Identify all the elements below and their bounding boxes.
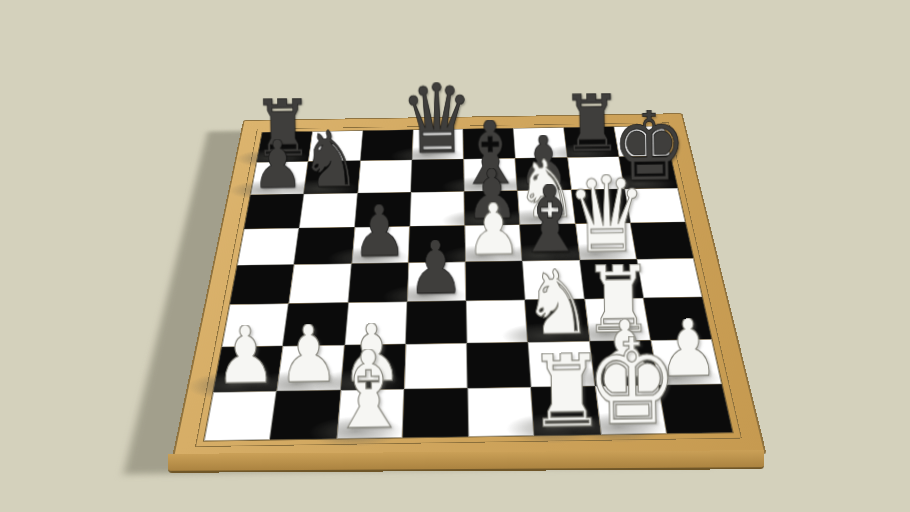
square-h8[interactable] <box>614 126 671 157</box>
piece-white-knight-f3[interactable]: ♞ <box>523 267 593 337</box>
square-h1[interactable] <box>658 384 732 434</box>
piece-white-queen-g5[interactable]: ♛ <box>566 173 648 256</box>
piece-shadow <box>571 412 668 443</box>
square-b7[interactable]: ♞ <box>304 161 360 194</box>
piece-black-king-h7[interactable]: ♚ <box>612 109 688 185</box>
square-b5[interactable] <box>294 227 354 264</box>
piece-shadow <box>327 246 409 270</box>
piece-black-rook-a8[interactable]: ♜ <box>252 97 313 159</box>
square-c6[interactable] <box>354 192 410 227</box>
square-d4[interactable]: ♟ <box>407 262 466 302</box>
square-g3[interactable]: ♜ <box>584 298 650 341</box>
square-a2[interactable]: ♟ <box>213 346 283 392</box>
square-b8[interactable] <box>308 131 362 162</box>
piece-shadow <box>308 416 403 448</box>
square-e4[interactable] <box>465 261 525 301</box>
square-b1[interactable] <box>270 390 340 440</box>
piece-black-rook-g8[interactable]: ♜ <box>561 93 622 155</box>
square-d2[interactable] <box>404 343 468 389</box>
piece-white-rook-g3[interactable]: ♜ <box>582 263 654 336</box>
square-d1[interactable] <box>402 388 468 438</box>
piece-shadow <box>390 146 464 166</box>
piece-black-bishop-f5[interactable]: ♝ <box>514 184 587 258</box>
piece-white-pawn-e5[interactable]: ♟ <box>465 202 521 258</box>
piece-shadow <box>566 365 660 394</box>
square-h7[interactable]: ♚ <box>619 156 678 189</box>
square-e7[interactable]: ♝ <box>464 158 518 191</box>
piece-white-pawn-b2[interactable]: ♟ <box>278 324 340 387</box>
piece-shadow <box>441 245 522 269</box>
square-a1[interactable] <box>204 391 277 441</box>
square-c8[interactable] <box>360 130 413 161</box>
square-g8[interactable]: ♜ <box>563 127 618 158</box>
square-b3[interactable] <box>283 303 348 346</box>
square-e6[interactable]: ♟ <box>464 190 520 225</box>
piece-white-pawn-c2[interactable]: ♟ <box>341 323 403 386</box>
piece-white-pawn-h2[interactable]: ♟ <box>658 318 720 381</box>
piece-black-bishop-e7[interactable]: ♝ <box>456 119 524 188</box>
square-e5[interactable]: ♟ <box>465 225 523 262</box>
square-f3[interactable]: ♞ <box>525 299 589 342</box>
square-d3[interactable] <box>405 301 466 344</box>
piece-black-knight-b7[interactable]: ♞ <box>300 129 361 190</box>
piece-shadow <box>544 143 620 163</box>
piece-shadow <box>185 371 280 400</box>
square-g2[interactable]: ♟ <box>589 340 658 386</box>
piece-shadow <box>496 208 576 230</box>
square-a4[interactable] <box>230 265 294 305</box>
square-f6[interactable]: ♞ <box>517 190 575 225</box>
square-g7[interactable] <box>567 157 624 190</box>
piece-white-pawn-g2[interactable]: ♟ <box>594 319 656 382</box>
square-d7[interactable] <box>411 159 464 192</box>
piece-shadow <box>249 370 342 399</box>
board-scene: ♜♛♜♟♞♝♟♚♟♞♟♟♝♛♟♞♜♟♟♟♟♟♝♜♚ <box>161 0 762 460</box>
square-d6[interactable] <box>410 191 465 226</box>
piece-white-bishop-c1[interactable]: ♝ <box>327 349 411 434</box>
square-h3[interactable] <box>643 297 711 340</box>
square-a6[interactable] <box>244 194 304 229</box>
square-g5[interactable]: ♛ <box>575 223 636 260</box>
piece-black-queen-d8[interactable]: ♛ <box>400 82 475 157</box>
square-f2[interactable] <box>528 341 595 387</box>
piece-shadow <box>442 176 518 197</box>
piece-black-pawn-d4[interactable]: ♟ <box>407 240 465 298</box>
piece-shadow <box>498 244 581 268</box>
square-h6[interactable] <box>624 188 685 223</box>
board-front-edge <box>168 450 764 473</box>
board-cast-shadow <box>124 125 711 474</box>
square-d5[interactable] <box>408 225 465 262</box>
square-c5[interactable]: ♟ <box>351 226 409 263</box>
square-f4[interactable] <box>522 260 584 300</box>
square-g6[interactable] <box>571 189 630 224</box>
square-a7[interactable]: ♟ <box>250 162 308 195</box>
piece-black-pawn-e6[interactable]: ♟ <box>465 167 519 221</box>
square-b6[interactable] <box>299 193 357 228</box>
piece-white-knight-f6[interactable]: ♞ <box>515 158 578 221</box>
piece-shadow <box>506 413 602 444</box>
square-f8[interactable] <box>513 128 567 159</box>
square-h2[interactable]: ♟ <box>650 339 721 385</box>
square-e2[interactable] <box>467 342 531 388</box>
square-g1[interactable]: ♚ <box>595 385 667 435</box>
square-g4[interactable] <box>579 259 643 299</box>
square-e1[interactable] <box>467 387 534 437</box>
square-e3[interactable] <box>466 300 528 343</box>
square-b4[interactable] <box>289 264 351 304</box>
piece-white-pawn-a2[interactable]: ♟ <box>214 325 276 388</box>
square-a8[interactable]: ♜ <box>257 131 313 162</box>
piece-shadow <box>313 369 405 398</box>
piece-shadow <box>554 243 638 267</box>
square-f5[interactable]: ♝ <box>520 224 580 261</box>
square-c4[interactable] <box>348 263 408 303</box>
square-a3[interactable] <box>222 304 289 347</box>
piece-shadow <box>382 283 466 308</box>
piece-shadow <box>281 179 359 200</box>
square-c7[interactable] <box>357 160 412 193</box>
piece-black-pawn-c5[interactable]: ♟ <box>352 204 408 260</box>
piece-black-pawn-f7[interactable]: ♟ <box>517 134 569 187</box>
square-e8[interactable] <box>463 128 515 159</box>
square-c1[interactable]: ♝ <box>336 389 404 439</box>
piece-shadow <box>494 175 571 196</box>
piece-shadow <box>600 174 679 195</box>
piece-shadow <box>227 179 306 200</box>
square-b2[interactable]: ♟ <box>277 345 344 391</box>
piece-shadow <box>501 322 590 349</box>
square-h4[interactable] <box>636 258 702 298</box>
board-grid: ♜♛♜♟♞♝♟♚♟♞♟♟♝♛♟♞♜♟♟♟♟♟♝♜♚ <box>203 125 734 441</box>
piece-shadow <box>441 209 520 231</box>
piece-black-pawn-a7[interactable]: ♟ <box>251 139 303 192</box>
piece-shadow <box>562 321 652 348</box>
piece-white-rook-f1[interactable]: ♜ <box>527 352 605 431</box>
chessboard-frame: ♜♛♜♟♞♝♟♚♟♞♟♟♝♛♟♞♜♟♟♟♟♟♝♜♚ <box>171 113 767 463</box>
piece-shadow <box>234 148 310 168</box>
square-f7[interactable]: ♟ <box>515 158 571 191</box>
square-a5[interactable] <box>237 228 299 265</box>
square-d8[interactable]: ♛ <box>412 129 464 160</box>
square-c2[interactable]: ♟ <box>340 344 405 390</box>
piece-white-king-g1[interactable]: ♚ <box>585 335 679 430</box>
square-h5[interactable] <box>630 222 693 259</box>
square-f1[interactable]: ♜ <box>531 386 600 436</box>
piece-shadow <box>628 364 723 393</box>
screenshot-canvas: ♜♛♜♟♞♝♟♚♟♞♟♟♝♛♟♞♜♟♟♟♟♟♝♜♚ <box>0 0 910 512</box>
square-c3[interactable] <box>344 302 407 345</box>
